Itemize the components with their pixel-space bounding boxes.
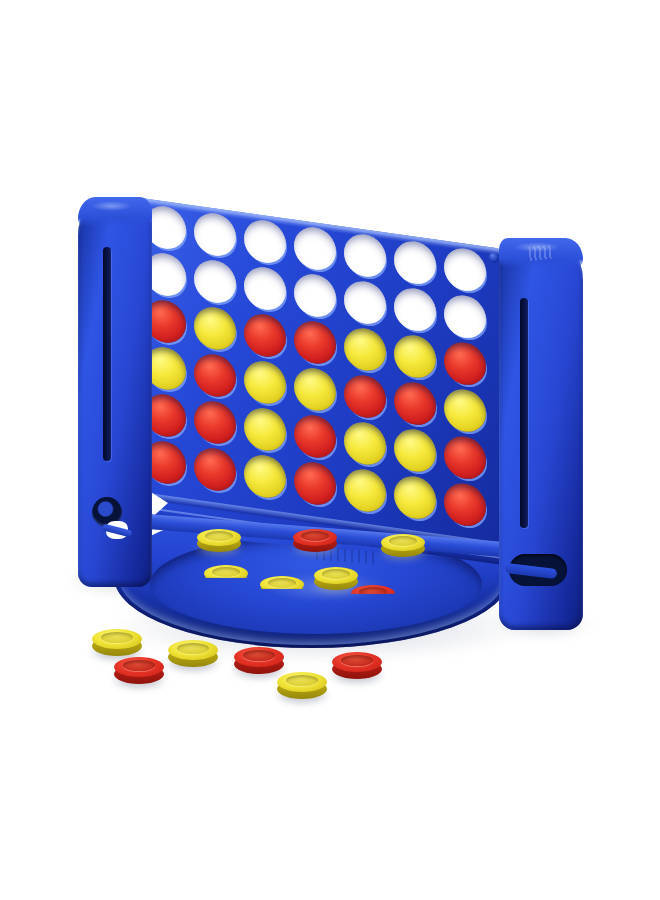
yellow-loose-disc[interactable]: [168, 640, 218, 667]
red-loose-disc[interactable]: [234, 647, 284, 674]
red-loose-disc[interactable]: [114, 657, 164, 684]
disc-inner-ring: [123, 660, 155, 671]
disc-inner-ring: [341, 655, 373, 666]
disc-top: [92, 629, 142, 649]
disc-inner-ring: [286, 675, 318, 686]
disc-top: [277, 672, 327, 692]
disc-top: [332, 652, 382, 672]
connect-four-product-photo: [0, 0, 660, 900]
disc-top: [168, 640, 218, 660]
loose-disc-layer: [0, 0, 660, 900]
disc-inner-ring: [243, 650, 275, 661]
disc-inner-ring: [101, 632, 133, 643]
red-loose-disc[interactable]: [332, 652, 382, 679]
yellow-loose-disc[interactable]: [92, 629, 142, 656]
disc-top: [234, 647, 284, 667]
disc-inner-ring: [177, 643, 209, 654]
disc-top: [114, 657, 164, 677]
yellow-loose-disc[interactable]: [277, 672, 327, 699]
